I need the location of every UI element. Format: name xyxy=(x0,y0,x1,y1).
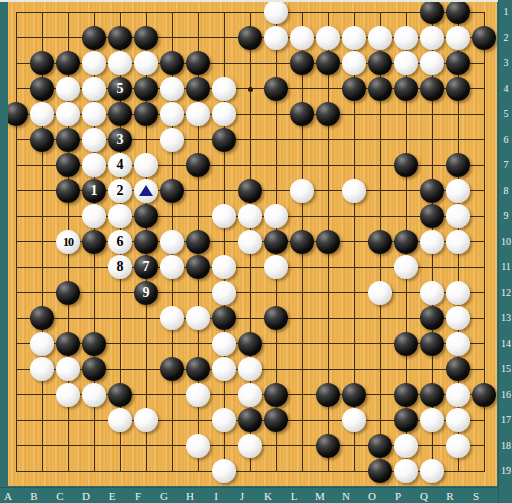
intersection-P15[interactable] xyxy=(393,356,419,382)
intersection-B19[interactable] xyxy=(29,458,55,484)
intersection-G9[interactable] xyxy=(159,203,185,229)
intersection-R9[interactable] xyxy=(445,203,471,229)
intersection-Q8[interactable] xyxy=(419,178,445,204)
intersection-M13[interactable] xyxy=(315,305,341,331)
intersection-E9[interactable] xyxy=(107,203,133,229)
intersection-G13[interactable] xyxy=(159,305,185,331)
intersection-I2[interactable] xyxy=(211,25,237,51)
intersection-R18[interactable] xyxy=(445,433,471,459)
intersection-P18[interactable] xyxy=(393,433,419,459)
intersection-D18[interactable] xyxy=(81,433,107,459)
intersection-N17[interactable] xyxy=(341,407,367,433)
intersection-E5[interactable] xyxy=(107,101,133,127)
intersection-I19[interactable] xyxy=(211,458,237,484)
intersection-L14[interactable] xyxy=(289,331,315,357)
intersection-C9[interactable] xyxy=(55,203,81,229)
intersection-M6[interactable] xyxy=(315,127,341,153)
intersection-M9[interactable] xyxy=(315,203,341,229)
intersection-D8[interactable]: 1 xyxy=(81,178,107,204)
intersection-F13[interactable] xyxy=(133,305,159,331)
intersection-N2[interactable] xyxy=(341,25,367,51)
intersection-G14[interactable] xyxy=(159,331,185,357)
intersection-H3[interactable] xyxy=(185,50,211,76)
intersection-L10[interactable] xyxy=(289,229,315,255)
intersection-B8[interactable] xyxy=(29,178,55,204)
intersection-K3[interactable] xyxy=(263,50,289,76)
intersection-B12[interactable] xyxy=(29,280,55,306)
intersection-N11[interactable] xyxy=(341,254,367,280)
intersection-E11[interactable]: 8 xyxy=(107,254,133,280)
intersection-A4[interactable] xyxy=(8,76,29,102)
intersection-G10[interactable] xyxy=(159,229,185,255)
intersection-D2[interactable] xyxy=(81,25,107,51)
intersection-Q12[interactable] xyxy=(419,280,445,306)
intersection-G19[interactable] xyxy=(159,458,185,484)
intersection-M14[interactable] xyxy=(315,331,341,357)
intersection-C11[interactable] xyxy=(55,254,81,280)
intersection-R6[interactable] xyxy=(445,127,471,153)
intersection-C5[interactable] xyxy=(55,101,81,127)
intersection-N6[interactable] xyxy=(341,127,367,153)
intersection-A18[interactable] xyxy=(8,433,29,459)
intersection-B16[interactable] xyxy=(29,382,55,408)
intersection-I16[interactable] xyxy=(211,382,237,408)
intersection-L19[interactable] xyxy=(289,458,315,484)
intersection-H17[interactable] xyxy=(185,407,211,433)
intersection-C4[interactable] xyxy=(55,76,81,102)
intersection-E10[interactable]: 6 xyxy=(107,229,133,255)
intersection-S10[interactable] xyxy=(471,229,497,255)
intersection-M1[interactable] xyxy=(315,2,341,25)
intersection-R8[interactable] xyxy=(445,178,471,204)
intersection-R4[interactable] xyxy=(445,76,471,102)
intersection-G12[interactable] xyxy=(159,280,185,306)
intersection-A9[interactable] xyxy=(8,203,29,229)
intersection-S5[interactable] xyxy=(471,101,497,127)
intersection-H14[interactable] xyxy=(185,331,211,357)
intersection-N19[interactable] xyxy=(341,458,367,484)
intersection-E4[interactable]: 5 xyxy=(107,76,133,102)
intersection-K4[interactable] xyxy=(263,76,289,102)
intersection-J9[interactable] xyxy=(237,203,263,229)
intersection-N14[interactable] xyxy=(341,331,367,357)
intersection-M7[interactable] xyxy=(315,152,341,178)
intersection-Q13[interactable] xyxy=(419,305,445,331)
intersection-O10[interactable] xyxy=(367,229,393,255)
intersection-C1[interactable] xyxy=(55,2,81,25)
intersection-R1[interactable] xyxy=(445,2,471,25)
intersection-H1[interactable] xyxy=(185,2,211,25)
intersection-C18[interactable] xyxy=(55,433,81,459)
intersection-P19[interactable] xyxy=(393,458,419,484)
intersection-A2[interactable] xyxy=(8,25,29,51)
intersection-B3[interactable] xyxy=(29,50,55,76)
intersection-J1[interactable] xyxy=(237,2,263,25)
intersection-G5[interactable] xyxy=(159,101,185,127)
intersection-S17[interactable] xyxy=(471,407,497,433)
intersection-C19[interactable] xyxy=(55,458,81,484)
intersection-D4[interactable] xyxy=(81,76,107,102)
intersection-E8[interactable]: 2 xyxy=(107,178,133,204)
intersection-P13[interactable] xyxy=(393,305,419,331)
intersection-Q19[interactable] xyxy=(419,458,445,484)
intersection-G8[interactable] xyxy=(159,178,185,204)
intersection-D10[interactable] xyxy=(81,229,107,255)
intersection-S16[interactable] xyxy=(471,382,497,408)
intersection-D15[interactable] xyxy=(81,356,107,382)
intersection-K2[interactable] xyxy=(263,25,289,51)
intersection-B14[interactable] xyxy=(29,331,55,357)
intersection-I4[interactable] xyxy=(211,76,237,102)
intersection-H7[interactable] xyxy=(185,152,211,178)
intersection-S13[interactable] xyxy=(471,305,497,331)
intersection-J4[interactable] xyxy=(237,76,263,102)
intersection-J15[interactable] xyxy=(237,356,263,382)
intersection-E18[interactable] xyxy=(107,433,133,459)
intersection-O14[interactable] xyxy=(367,331,393,357)
intersection-R3[interactable] xyxy=(445,50,471,76)
intersection-O11[interactable] xyxy=(367,254,393,280)
intersection-J18[interactable] xyxy=(237,433,263,459)
intersection-L17[interactable] xyxy=(289,407,315,433)
intersection-C7[interactable] xyxy=(55,152,81,178)
intersection-O7[interactable] xyxy=(367,152,393,178)
intersection-G18[interactable] xyxy=(159,433,185,459)
intersection-C17[interactable] xyxy=(55,407,81,433)
intersection-C15[interactable] xyxy=(55,356,81,382)
intersection-I3[interactable] xyxy=(211,50,237,76)
intersection-B13[interactable] xyxy=(29,305,55,331)
intersection-I11[interactable] xyxy=(211,254,237,280)
intersection-O8[interactable] xyxy=(367,178,393,204)
intersection-E13[interactable] xyxy=(107,305,133,331)
intersection-L8[interactable] xyxy=(289,178,315,204)
intersection-F5[interactable] xyxy=(133,101,159,127)
intersection-D17[interactable] xyxy=(81,407,107,433)
intersection-L1[interactable] xyxy=(289,2,315,25)
intersection-J8[interactable] xyxy=(237,178,263,204)
intersection-P17[interactable] xyxy=(393,407,419,433)
intersection-E14[interactable] xyxy=(107,331,133,357)
intersection-O5[interactable] xyxy=(367,101,393,127)
intersection-R2[interactable] xyxy=(445,25,471,51)
intersection-F8[interactable] xyxy=(133,178,159,204)
intersection-G6[interactable] xyxy=(159,127,185,153)
intersection-B7[interactable] xyxy=(29,152,55,178)
intersection-N5[interactable] xyxy=(341,101,367,127)
intersection-I12[interactable] xyxy=(211,280,237,306)
intersection-B5[interactable] xyxy=(29,101,55,127)
intersection-G7[interactable] xyxy=(159,152,185,178)
intersection-I13[interactable] xyxy=(211,305,237,331)
intersection-A19[interactable] xyxy=(8,458,29,484)
intersection-F3[interactable] xyxy=(133,50,159,76)
intersection-H10[interactable] xyxy=(185,229,211,255)
intersection-F14[interactable] xyxy=(133,331,159,357)
intersection-R5[interactable] xyxy=(445,101,471,127)
intersection-K10[interactable] xyxy=(263,229,289,255)
intersection-H19[interactable] xyxy=(185,458,211,484)
intersection-B2[interactable] xyxy=(29,25,55,51)
intersection-D9[interactable] xyxy=(81,203,107,229)
intersection-J2[interactable] xyxy=(237,25,263,51)
intersection-B17[interactable] xyxy=(29,407,55,433)
intersection-A5[interactable] xyxy=(8,101,29,127)
intersection-L7[interactable] xyxy=(289,152,315,178)
intersection-C10[interactable]: 10 xyxy=(55,229,81,255)
intersection-R19[interactable] xyxy=(445,458,471,484)
intersection-K8[interactable] xyxy=(263,178,289,204)
intersection-Q10[interactable] xyxy=(419,229,445,255)
intersection-M16[interactable] xyxy=(315,382,341,408)
intersection-N15[interactable] xyxy=(341,356,367,382)
intersection-L18[interactable] xyxy=(289,433,315,459)
intersection-Q7[interactable] xyxy=(419,152,445,178)
intersection-G15[interactable] xyxy=(159,356,185,382)
intersection-P14[interactable] xyxy=(393,331,419,357)
intersection-P11[interactable] xyxy=(393,254,419,280)
intersection-G3[interactable] xyxy=(159,50,185,76)
intersection-E7[interactable]: 4 xyxy=(107,152,133,178)
intersection-F11[interactable]: 7 xyxy=(133,254,159,280)
intersection-B9[interactable] xyxy=(29,203,55,229)
intersection-H5[interactable] xyxy=(185,101,211,127)
intersection-M4[interactable] xyxy=(315,76,341,102)
intersection-N8[interactable] xyxy=(341,178,367,204)
intersection-C14[interactable] xyxy=(55,331,81,357)
intersection-K15[interactable] xyxy=(263,356,289,382)
intersection-J3[interactable] xyxy=(237,50,263,76)
intersection-F17[interactable] xyxy=(133,407,159,433)
intersection-Q1[interactable] xyxy=(419,2,445,25)
intersection-E12[interactable] xyxy=(107,280,133,306)
intersection-I14[interactable] xyxy=(211,331,237,357)
intersection-P3[interactable] xyxy=(393,50,419,76)
intersection-K14[interactable] xyxy=(263,331,289,357)
intersection-H15[interactable] xyxy=(185,356,211,382)
intersection-P16[interactable] xyxy=(393,382,419,408)
intersection-H9[interactable] xyxy=(185,203,211,229)
intersection-N1[interactable] xyxy=(341,2,367,25)
intersection-I8[interactable] xyxy=(211,178,237,204)
intersection-J16[interactable] xyxy=(237,382,263,408)
intersection-K12[interactable] xyxy=(263,280,289,306)
intersection-S8[interactable] xyxy=(471,178,497,204)
intersection-P4[interactable] xyxy=(393,76,419,102)
intersection-H11[interactable] xyxy=(185,254,211,280)
intersection-L16[interactable] xyxy=(289,382,315,408)
intersection-H6[interactable] xyxy=(185,127,211,153)
intersection-C13[interactable] xyxy=(55,305,81,331)
intersection-C12[interactable] xyxy=(55,280,81,306)
intersection-E3[interactable] xyxy=(107,50,133,76)
intersection-N13[interactable] xyxy=(341,305,367,331)
intersection-P7[interactable] xyxy=(393,152,419,178)
intersection-P2[interactable] xyxy=(393,25,419,51)
intersection-P8[interactable] xyxy=(393,178,419,204)
intersection-I6[interactable] xyxy=(211,127,237,153)
intersection-C3[interactable] xyxy=(55,50,81,76)
intersection-A3[interactable] xyxy=(8,50,29,76)
intersection-J6[interactable] xyxy=(237,127,263,153)
intersection-I15[interactable] xyxy=(211,356,237,382)
intersection-S11[interactable] xyxy=(471,254,497,280)
intersection-N4[interactable] xyxy=(341,76,367,102)
intersection-R16[interactable] xyxy=(445,382,471,408)
intersection-I18[interactable] xyxy=(211,433,237,459)
intersection-A15[interactable] xyxy=(8,356,29,382)
intersection-F18[interactable] xyxy=(133,433,159,459)
intersection-B18[interactable] xyxy=(29,433,55,459)
intersection-N16[interactable] xyxy=(341,382,367,408)
intersection-O9[interactable] xyxy=(367,203,393,229)
intersection-O16[interactable] xyxy=(367,382,393,408)
intersection-G16[interactable] xyxy=(159,382,185,408)
intersection-A17[interactable] xyxy=(8,407,29,433)
intersection-D6[interactable] xyxy=(81,127,107,153)
intersection-J13[interactable] xyxy=(237,305,263,331)
intersection-G11[interactable] xyxy=(159,254,185,280)
intersection-A16[interactable] xyxy=(8,382,29,408)
intersection-J19[interactable] xyxy=(237,458,263,484)
intersection-F19[interactable] xyxy=(133,458,159,484)
intersection-B6[interactable] xyxy=(29,127,55,153)
intersection-D16[interactable] xyxy=(81,382,107,408)
intersection-S18[interactable] xyxy=(471,433,497,459)
intersection-F10[interactable] xyxy=(133,229,159,255)
intersection-Q3[interactable] xyxy=(419,50,445,76)
intersection-H16[interactable] xyxy=(185,382,211,408)
intersection-J14[interactable] xyxy=(237,331,263,357)
intersection-P10[interactable] xyxy=(393,229,419,255)
intersection-K1[interactable] xyxy=(263,2,289,25)
intersection-N7[interactable] xyxy=(341,152,367,178)
intersection-L3[interactable] xyxy=(289,50,315,76)
intersection-D12[interactable] xyxy=(81,280,107,306)
intersection-M5[interactable] xyxy=(315,101,341,127)
intersection-O18[interactable] xyxy=(367,433,393,459)
intersection-E1[interactable] xyxy=(107,2,133,25)
intersection-S4[interactable] xyxy=(471,76,497,102)
intersection-K7[interactable] xyxy=(263,152,289,178)
intersection-N18[interactable] xyxy=(341,433,367,459)
intersection-J11[interactable] xyxy=(237,254,263,280)
intersection-R12[interactable] xyxy=(445,280,471,306)
intersection-S1[interactable] xyxy=(471,2,497,25)
intersection-F15[interactable] xyxy=(133,356,159,382)
intersection-F12[interactable]: 9 xyxy=(133,280,159,306)
intersection-M17[interactable] xyxy=(315,407,341,433)
intersection-F16[interactable] xyxy=(133,382,159,408)
intersection-N3[interactable] xyxy=(341,50,367,76)
intersection-L6[interactable] xyxy=(289,127,315,153)
intersection-A6[interactable] xyxy=(8,127,29,153)
intersection-I5[interactable] xyxy=(211,101,237,127)
intersection-O1[interactable] xyxy=(367,2,393,25)
intersection-K9[interactable] xyxy=(263,203,289,229)
intersection-I9[interactable] xyxy=(211,203,237,229)
intersection-P6[interactable] xyxy=(393,127,419,153)
intersection-Q2[interactable] xyxy=(419,25,445,51)
intersection-G2[interactable] xyxy=(159,25,185,51)
intersection-S9[interactable] xyxy=(471,203,497,229)
intersection-M19[interactable] xyxy=(315,458,341,484)
intersection-H2[interactable] xyxy=(185,25,211,51)
intersection-Q11[interactable] xyxy=(419,254,445,280)
intersection-O13[interactable] xyxy=(367,305,393,331)
intersection-O12[interactable] xyxy=(367,280,393,306)
intersection-C8[interactable] xyxy=(55,178,81,204)
intersection-E19[interactable] xyxy=(107,458,133,484)
intersection-N10[interactable] xyxy=(341,229,367,255)
intersection-A7[interactable] xyxy=(8,152,29,178)
intersection-D13[interactable] xyxy=(81,305,107,331)
intersection-Q15[interactable] xyxy=(419,356,445,382)
intersection-S15[interactable] xyxy=(471,356,497,382)
intersection-D11[interactable] xyxy=(81,254,107,280)
intersection-A10[interactable] xyxy=(8,229,29,255)
intersection-O15[interactable] xyxy=(367,356,393,382)
intersection-L9[interactable] xyxy=(289,203,315,229)
intersection-R7[interactable] xyxy=(445,152,471,178)
intersection-N9[interactable] xyxy=(341,203,367,229)
intersection-F4[interactable] xyxy=(133,76,159,102)
intersection-F9[interactable] xyxy=(133,203,159,229)
intersection-R17[interactable] xyxy=(445,407,471,433)
intersection-Q16[interactable] xyxy=(419,382,445,408)
intersection-E16[interactable] xyxy=(107,382,133,408)
intersection-L11[interactable] xyxy=(289,254,315,280)
intersection-S2[interactable] xyxy=(471,25,497,51)
intersection-H4[interactable] xyxy=(185,76,211,102)
intersection-S14[interactable] xyxy=(471,331,497,357)
intersection-D14[interactable] xyxy=(81,331,107,357)
intersection-F6[interactable] xyxy=(133,127,159,153)
intersection-G17[interactable] xyxy=(159,407,185,433)
intersection-M3[interactable] xyxy=(315,50,341,76)
intersection-S12[interactable] xyxy=(471,280,497,306)
intersection-I1[interactable] xyxy=(211,2,237,25)
intersection-L13[interactable] xyxy=(289,305,315,331)
intersection-O19[interactable] xyxy=(367,458,393,484)
intersection-J10[interactable] xyxy=(237,229,263,255)
intersection-Q17[interactable] xyxy=(419,407,445,433)
intersection-O3[interactable] xyxy=(367,50,393,76)
intersection-R10[interactable] xyxy=(445,229,471,255)
intersection-E2[interactable] xyxy=(107,25,133,51)
intersection-R14[interactable] xyxy=(445,331,471,357)
intersection-F7[interactable] xyxy=(133,152,159,178)
intersection-G1[interactable] xyxy=(159,2,185,25)
intersection-F1[interactable] xyxy=(133,2,159,25)
intersection-G4[interactable] xyxy=(159,76,185,102)
intersection-B11[interactable] xyxy=(29,254,55,280)
intersection-H18[interactable] xyxy=(185,433,211,459)
intersection-F2[interactable] xyxy=(133,25,159,51)
intersection-K11[interactable] xyxy=(263,254,289,280)
intersection-P9[interactable] xyxy=(393,203,419,229)
intersection-M10[interactable] xyxy=(315,229,341,255)
intersection-A14[interactable] xyxy=(8,331,29,357)
intersection-I17[interactable] xyxy=(211,407,237,433)
intersection-S7[interactable] xyxy=(471,152,497,178)
intersection-A12[interactable] xyxy=(8,280,29,306)
intersection-S3[interactable] xyxy=(471,50,497,76)
intersection-R11[interactable] xyxy=(445,254,471,280)
intersection-K18[interactable] xyxy=(263,433,289,459)
intersection-C16[interactable] xyxy=(55,382,81,408)
intersection-P12[interactable] xyxy=(393,280,419,306)
